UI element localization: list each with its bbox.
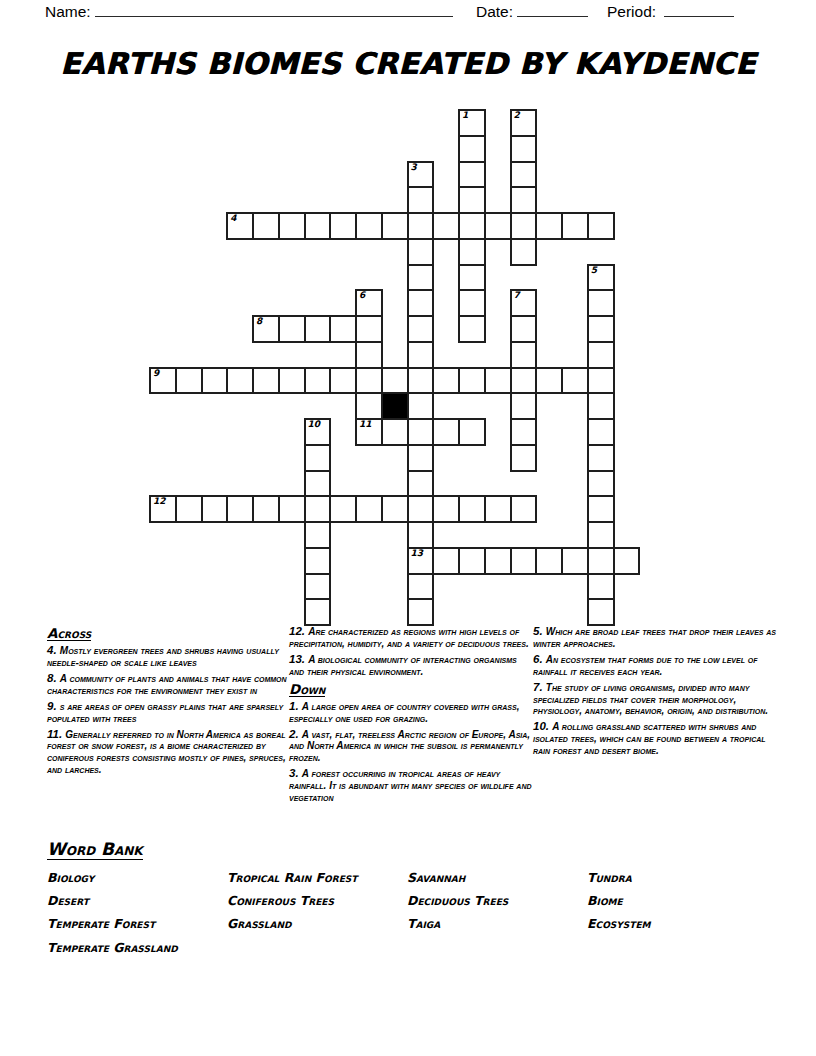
grid-cell[interactable]	[304, 367, 332, 395]
grid-cell[interactable]	[226, 495, 254, 523]
clue-10: 10. A rolling grassland scattered with s…	[533, 721, 780, 756]
clue-number: 11	[359, 420, 372, 429]
grid-cell[interactable]	[432, 495, 460, 523]
grid-cell[interactable]	[587, 547, 615, 575]
word-bank-item: Ecosystem	[587, 912, 651, 935]
grid-cell[interactable]	[252, 212, 280, 240]
grid-cell[interactable]	[304, 521, 332, 549]
grid-cell[interactable]	[458, 367, 486, 395]
grid-cell[interactable]	[407, 418, 435, 446]
grid-cell[interactable]	[304, 444, 332, 472]
grid-cell[interactable]	[510, 495, 538, 523]
grid-cell[interactable]	[587, 470, 615, 498]
clue-text: A rolling grassland scattered with shrub…	[533, 721, 766, 755]
word-bank-column-3: SavannahDeciduous TreesTaiga	[407, 866, 508, 936]
grid-cell[interactable]: 11	[355, 418, 383, 446]
grid-cell[interactable]	[587, 418, 615, 446]
clue-number: 6	[359, 291, 365, 300]
clue-text: Generally referred to in North America a…	[47, 729, 286, 775]
clue-number-label: 9.	[47, 700, 60, 712]
clue-number-label: 4.	[47, 644, 60, 656]
grid-cell[interactable]	[535, 547, 563, 575]
period-blank-line[interactable]	[664, 2, 734, 17]
grid-cell[interactable]	[329, 367, 357, 395]
grid-cell[interactable]	[329, 212, 357, 240]
grid-cell[interactable]	[278, 315, 306, 343]
grid-cell[interactable]	[407, 392, 435, 420]
clue-number-label: 1.	[289, 700, 302, 712]
grid-cell[interactable]	[355, 212, 383, 240]
grid-cell[interactable]	[304, 547, 332, 575]
clue-number: 1	[462, 111, 468, 120]
grid-cell[interactable]	[458, 161, 486, 189]
grid-cell[interactable]	[407, 495, 435, 523]
clue-11: 11. Generally referred to in North Ameri…	[47, 729, 287, 776]
grid-cell[interactable]	[355, 341, 383, 369]
down-clues-list-continued: 5. Which are broad leaf trees that drop …	[533, 626, 780, 757]
grid-cell[interactable]	[587, 289, 615, 317]
grid-cell[interactable]	[355, 367, 383, 395]
grid-cell[interactable]	[510, 212, 538, 240]
clue-5: 5. Which are broad leaf trees that drop …	[533, 626, 780, 649]
grid-cell[interactable]: 6	[355, 289, 383, 317]
word-bank-item: Temperate Forest	[47, 912, 178, 935]
grid-cell[interactable]	[458, 315, 486, 343]
grid-cell[interactable]	[535, 212, 563, 240]
clue-text: Are characterized as regions with high l…	[289, 626, 529, 649]
grid-cell[interactable]	[304, 495, 332, 523]
page-title: EARTHS BIOMES CREATED BY KAYDENCE	[0, 46, 816, 81]
grid-cell[interactable]	[587, 495, 615, 523]
grid-cell[interactable]	[329, 315, 357, 343]
word-bank-item: Biology	[47, 866, 178, 889]
grid-cell[interactable]	[510, 367, 538, 395]
name-label: Name:	[45, 3, 91, 21]
grid-cell[interactable]	[587, 392, 615, 420]
clue-number-label: 13.	[289, 653, 308, 665]
grid-cell[interactable]	[510, 547, 538, 575]
grid-cell[interactable]	[484, 212, 512, 240]
clue-text: A forest occurring in tropical areas of …	[289, 768, 532, 802]
grid-cell[interactable]	[407, 341, 435, 369]
grid-cell[interactable]	[432, 212, 460, 240]
grid-cell[interactable]	[355, 495, 383, 523]
clue-number-label: 8.	[47, 672, 60, 684]
grid-cell[interactable]	[587, 573, 615, 601]
grid-cell[interactable]	[561, 367, 589, 395]
grid-cell[interactable]	[329, 495, 357, 523]
grid-cell[interactable]	[587, 598, 615, 626]
across-clues-list: 4. Mostly evergreen trees and shrubs hav…	[47, 645, 287, 776]
clue-number: 3	[411, 163, 417, 172]
down-heading: Down	[289, 682, 325, 697]
crossword-grid: 12345678910111213	[150, 110, 640, 626]
grid-cell[interactable]	[381, 418, 409, 446]
grid-cell[interactable]: 3	[407, 161, 435, 189]
grid-cell[interactable]: 7	[510, 289, 538, 317]
clue-number-label: 5.	[533, 625, 546, 637]
down-clues-list: 1. A large open area of country covered …	[289, 701, 534, 804]
word-bank-item: Savannah	[407, 866, 508, 889]
grid-cell[interactable]	[458, 547, 486, 575]
grid-cell[interactable]	[407, 598, 435, 626]
grid-cell[interactable]	[201, 367, 229, 395]
clue-text: Which are broad leaf trees that drop the…	[533, 626, 776, 649]
name-blank-line[interactable]	[95, 2, 453, 17]
grid-cell[interactable]	[432, 367, 460, 395]
grid-cell[interactable]	[278, 495, 306, 523]
clues-column-3: 5. Which are broad leaf trees that drop …	[533, 626, 780, 761]
clue-4: 4. Mostly evergreen trees and shrubs hav…	[47, 645, 287, 668]
clue-number: 5	[591, 266, 597, 275]
grid-cell[interactable]	[587, 444, 615, 472]
grid-cell[interactable]	[587, 521, 615, 549]
grid-cell[interactable]: 8	[252, 315, 280, 343]
grid-cell[interactable]	[587, 367, 615, 395]
grid-cell[interactable]	[484, 547, 512, 575]
word-bank-item: Temperate Grassland	[47, 936, 178, 959]
clue-12: 12. Are characterized as regions with hi…	[289, 626, 534, 649]
word-bank-item: Biome	[587, 889, 651, 912]
across-heading: Across	[47, 626, 91, 641]
grid-cell[interactable]	[407, 521, 435, 549]
grid-cell[interactable]	[510, 341, 538, 369]
clue-3: 3. A forest occurring in tropical areas …	[289, 768, 534, 803]
word-bank-item: Grassland	[227, 912, 357, 935]
date-label: Date:	[476, 3, 513, 21]
grid-cell[interactable]	[458, 238, 486, 266]
grid-cell[interactable]	[407, 444, 435, 472]
clue-number-label: 12.	[289, 625, 308, 637]
grid-cell[interactable]	[458, 135, 486, 163]
grid-cell[interactable]	[355, 392, 383, 420]
grid-cell[interactable]	[278, 212, 306, 240]
grid-cell[interactable]	[407, 367, 435, 395]
grid-cell[interactable]	[407, 264, 435, 292]
grid-cell[interactable]: 13	[407, 547, 435, 575]
grid-cell[interactable]	[407, 573, 435, 601]
grid-cell[interactable]	[252, 367, 280, 395]
clue-number: 13	[411, 549, 424, 558]
clue-number-label: 2.	[289, 728, 302, 740]
clue-text: A large open area of country covered wit…	[289, 701, 519, 724]
grid-cell[interactable]	[458, 495, 486, 523]
grid-cell[interactable]	[407, 289, 435, 317]
word-bank-item: Deciduous Trees	[407, 889, 508, 912]
clue-number-label: 7.	[533, 681, 546, 693]
grid-cell[interactable]: 5	[587, 264, 615, 292]
grid-cell[interactable]	[304, 573, 332, 601]
clue-text: A community of plants and animals that h…	[47, 673, 287, 696]
clue-number: 4	[230, 214, 236, 223]
grid-cell[interactable]	[458, 212, 486, 240]
grid-cell[interactable]	[561, 212, 589, 240]
grid-cell[interactable]	[535, 367, 563, 395]
clue-7: 7. The study of living organisms, divide…	[533, 682, 780, 717]
clue-number-label: 3.	[289, 767, 302, 779]
word-bank-column-4: TundraBiomeEcosystem	[587, 866, 651, 936]
grid-cell[interactable]	[175, 367, 203, 395]
clue-number: 7	[514, 291, 520, 300]
grid-cell[interactable]: 1	[458, 109, 486, 137]
clue-number-label: 6.	[533, 653, 546, 665]
grid-cell[interactable]	[278, 367, 306, 395]
clue-text: s are areas of open grassy plains that a…	[47, 701, 283, 724]
crossword-worksheet: Name: Date: Period: EARTHS BIOMES CREATE…	[0, 0, 816, 1056]
grid-cell[interactable]	[458, 186, 486, 214]
grid-cell[interactable]	[226, 367, 254, 395]
grid-cell[interactable]	[613, 547, 641, 575]
grid-cell[interactable]	[407, 315, 435, 343]
clue-1: 1. A large open area of country covered …	[289, 701, 534, 724]
grid-cell[interactable]	[458, 418, 486, 446]
word-bank-item: Taiga	[407, 912, 508, 935]
word-bank-item: Desert	[47, 889, 178, 912]
grid-cell[interactable]	[432, 418, 460, 446]
grid-cell[interactable]	[510, 186, 538, 214]
word-bank-item: Tropical Rain Forest	[227, 866, 357, 889]
grid-cell[interactable]	[175, 495, 203, 523]
grid-cell[interactable]: 4	[226, 212, 254, 240]
grid-cell[interactable]	[407, 470, 435, 498]
grid-cell[interactable]	[381, 212, 409, 240]
grid-cell[interactable]	[510, 392, 538, 420]
across-clues-list-continued: 12. Are characterized as regions with hi…	[289, 626, 534, 677]
grid-cell[interactable]	[432, 547, 460, 575]
grid-cell[interactable]: 9	[149, 367, 177, 395]
clue-text: Mostly evergreen trees and shrubs having…	[47, 645, 279, 668]
grid-cell[interactable]	[510, 315, 538, 343]
grid-cell[interactable]	[587, 315, 615, 343]
black-cell	[381, 392, 409, 420]
grid-cell[interactable]	[304, 212, 332, 240]
clue-13: 13. A biological community of interactin…	[289, 654, 534, 677]
clue-number-label: 10.	[533, 720, 552, 732]
grid-cell[interactable]	[304, 598, 332, 626]
word-bank-heading: Word Bank	[47, 840, 143, 860]
grid-cell[interactable]	[252, 495, 280, 523]
grid-cell[interactable]: 10	[304, 418, 332, 446]
word-bank-item: Tundra	[587, 866, 651, 889]
clue-2: 2. A vast, flat, treeless Arctic region …	[289, 729, 534, 764]
grid-cell[interactable]	[201, 495, 229, 523]
grid-cell[interactable]	[510, 444, 538, 472]
clue-8: 8. A community of plants and animals tha…	[47, 673, 287, 696]
clue-text: A vast, flat, treeless Arctic region of …	[289, 729, 530, 763]
clue-number: 2	[514, 111, 520, 120]
grid-cell[interactable]	[561, 547, 589, 575]
grid-cell[interactable]	[407, 212, 435, 240]
clues-column-1: Across 4. Mostly evergreen trees and shr…	[47, 626, 287, 780]
grid-cell[interactable]	[587, 212, 615, 240]
grid-cell[interactable]	[510, 238, 538, 266]
clue-number: 8	[256, 317, 262, 326]
grid-cell[interactable]	[355, 315, 383, 343]
clue-text: An ecosystem that forms due to the low l…	[533, 654, 757, 677]
clue-text: The study of living organisms, divided i…	[533, 682, 768, 716]
word-bank-column-2: Tropical Rain ForestConiferous TreesGras…	[227, 866, 357, 936]
grid-cell[interactable]	[510, 135, 538, 163]
grid-cell[interactable]: 12	[149, 495, 177, 523]
clue-9: 9. s are areas of open grassy plains tha…	[47, 701, 287, 724]
grid-cell[interactable]	[381, 495, 409, 523]
grid-cell[interactable]	[458, 264, 486, 292]
grid-cell[interactable]	[510, 161, 538, 189]
clue-6: 6. An ecosystem that forms due to the lo…	[533, 654, 780, 677]
word-bank-column-1: BiologyDesertTemperate ForestTemperate G…	[47, 866, 178, 959]
clues-column-2: 12. Are characterized as regions with hi…	[289, 626, 534, 808]
clue-number: 12	[153, 497, 166, 506]
grid-cell[interactable]	[484, 495, 512, 523]
period-label: Period:	[607, 3, 656, 21]
grid-cell[interactable]	[458, 289, 486, 317]
date-blank-line[interactable]	[517, 2, 588, 17]
grid-cell[interactable]	[381, 367, 409, 395]
clue-number: 10	[308, 420, 321, 429]
clue-number-label: 11.	[47, 728, 65, 740]
grid-cell[interactable]	[304, 470, 332, 498]
grid-cell[interactable]: 2	[510, 109, 538, 137]
word-bank-item: Coniferous Trees	[227, 889, 357, 912]
grid-cell[interactable]	[407, 186, 435, 214]
clue-number: 9	[153, 369, 159, 378]
grid-cell[interactable]	[587, 341, 615, 369]
clue-text: A biological community of interacting or…	[289, 654, 517, 677]
grid-cell[interactable]	[407, 238, 435, 266]
grid-cell[interactable]	[510, 418, 538, 446]
grid-cell[interactable]	[304, 315, 332, 343]
grid-cell[interactable]	[484, 367, 512, 395]
